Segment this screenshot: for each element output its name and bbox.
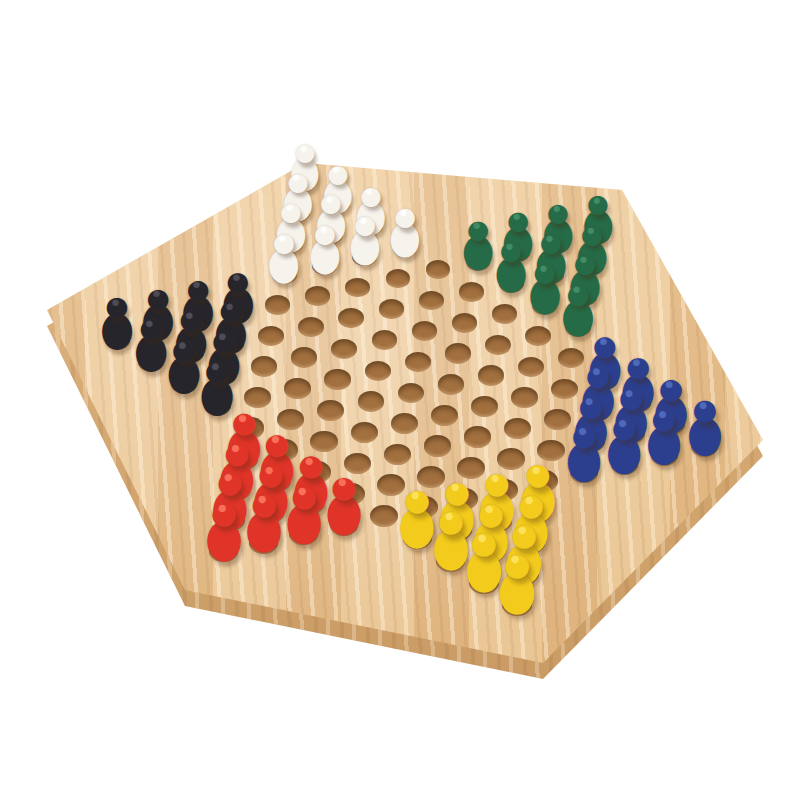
peg-highlight-dot: ● xyxy=(699,401,707,410)
peg-highlight-dot: ● xyxy=(506,243,513,251)
peg-highlight-dot: ● xyxy=(532,465,540,474)
peg-red[interactable]: ●●● xyxy=(323,467,365,537)
peg-highlight-dot: ● xyxy=(333,166,340,174)
peg-yellow[interactable]: ●●● xyxy=(495,544,539,617)
peg-highlight-dot: ● xyxy=(445,512,454,522)
peg-highlight-dot: ● xyxy=(451,482,459,492)
peg-highlight-dot: ● xyxy=(319,226,326,234)
peg-highlight-dot: ● xyxy=(366,187,373,195)
peg-highlight-dot: ● xyxy=(573,286,580,295)
peg-blue[interactable]: ●●● xyxy=(644,400,685,467)
peg-highlight-dot: ● xyxy=(326,196,333,204)
peg-blue[interactable]: ●●● xyxy=(604,408,645,476)
peg-highlight-dot: ● xyxy=(411,491,419,501)
peg-highlight-dot: ● xyxy=(293,174,300,182)
peg-highlight-dot: ● xyxy=(546,234,553,242)
peg-red[interactable]: ●●● xyxy=(283,476,326,546)
pegs-layer: ●●●●●●●●●●●●●●●●●●●●●●●●●●●●●●●●●●●●●●●●… xyxy=(30,140,780,696)
peg-highlight-dot: ● xyxy=(152,289,159,298)
peg-highlight-dot: ● xyxy=(231,443,239,452)
peg-highlight-dot: ● xyxy=(511,555,520,565)
product-photo-stage: ●●●●●●●●●●●●●●●●●●●●●●●●●●●●●●●●●●●●●●●●… xyxy=(0,0,800,800)
peg-highlight-dot: ● xyxy=(192,281,199,290)
peg-highlight-dot: ● xyxy=(539,264,546,272)
peg-white[interactable]: ●●● xyxy=(266,225,303,286)
peg-highlight-dot: ● xyxy=(305,456,313,465)
peg-highlight-dot: ● xyxy=(553,205,560,213)
peg-highlight-dot: ● xyxy=(145,319,153,328)
peg-highlight-dot: ● xyxy=(338,478,346,488)
peg-highlight-dot: ● xyxy=(513,213,520,221)
peg-highlight-dot: ● xyxy=(112,298,120,307)
peg-white[interactable]: ●●● xyxy=(306,216,342,276)
peg-green[interactable]: ●●● xyxy=(526,255,563,317)
peg-highlight-dot: ● xyxy=(298,486,306,496)
peg-highlight-dot: ● xyxy=(586,226,593,234)
peg-highlight-dot: ● xyxy=(478,534,487,544)
peg-highlight-dot: ● xyxy=(258,495,266,505)
peg-highlight-dot: ● xyxy=(525,495,533,505)
peg-highlight-dot: ● xyxy=(226,302,234,311)
peg-highlight-dot: ● xyxy=(485,504,493,514)
peg-highlight-dot: ● xyxy=(632,359,640,368)
peg-highlight-dot: ● xyxy=(491,474,499,484)
peg-highlight-dot: ● xyxy=(592,367,600,376)
peg-highlight-dot: ● xyxy=(585,397,593,406)
peg-highlight-dot: ● xyxy=(625,389,633,398)
peg-highlight-dot: ● xyxy=(265,465,273,474)
peg-highlight-dot: ● xyxy=(593,196,600,204)
peg-blue[interactable]: ●●● xyxy=(564,417,605,485)
peg-highlight-dot: ● xyxy=(579,427,587,436)
peg-green[interactable]: ●●● xyxy=(460,212,496,272)
peg-white[interactable]: ●●● xyxy=(387,200,423,260)
chinese-checkers-board: ●●●●●●●●●●●●●●●●●●●●●●●●●●●●●●●●●●●●●●●●… xyxy=(30,140,780,696)
peg-highlight-dot: ● xyxy=(238,414,246,423)
peg-red[interactable]: ●●● xyxy=(202,493,245,564)
peg-highlight-dot: ● xyxy=(286,204,293,212)
peg-highlight-dot: ● xyxy=(179,341,187,350)
peg-blue[interactable]: ●●● xyxy=(684,391,725,458)
peg-highlight-dot: ● xyxy=(185,311,193,320)
peg-red[interactable]: ●●● xyxy=(242,484,285,555)
peg-highlight-dot: ● xyxy=(225,473,233,483)
peg-highlight-dot: ● xyxy=(360,217,367,225)
peg-highlight-dot: ● xyxy=(473,222,480,230)
peg-highlight-dot: ● xyxy=(219,332,227,341)
peg-highlight-dot: ● xyxy=(279,234,286,242)
peg-highlight-dot: ● xyxy=(666,380,674,389)
peg-highlight-dot: ● xyxy=(580,256,587,264)
peg-highlight-dot: ● xyxy=(271,435,279,444)
peg-highlight-dot: ● xyxy=(518,525,527,535)
peg-highlight-dot: ● xyxy=(599,337,607,346)
peg-green[interactable]: ●●● xyxy=(493,234,530,295)
peg-highlight-dot: ● xyxy=(232,272,239,280)
peg-highlight-dot: ● xyxy=(659,410,667,419)
peg-highlight-dot: ● xyxy=(218,503,226,513)
peg-highlight-dot: ● xyxy=(300,144,307,152)
peg-highlight-dot: ● xyxy=(400,209,407,217)
peg-highlight-dot: ● xyxy=(619,418,627,427)
peg-highlight-dot: ● xyxy=(212,362,220,371)
peg-white[interactable]: ●●● xyxy=(346,208,382,268)
